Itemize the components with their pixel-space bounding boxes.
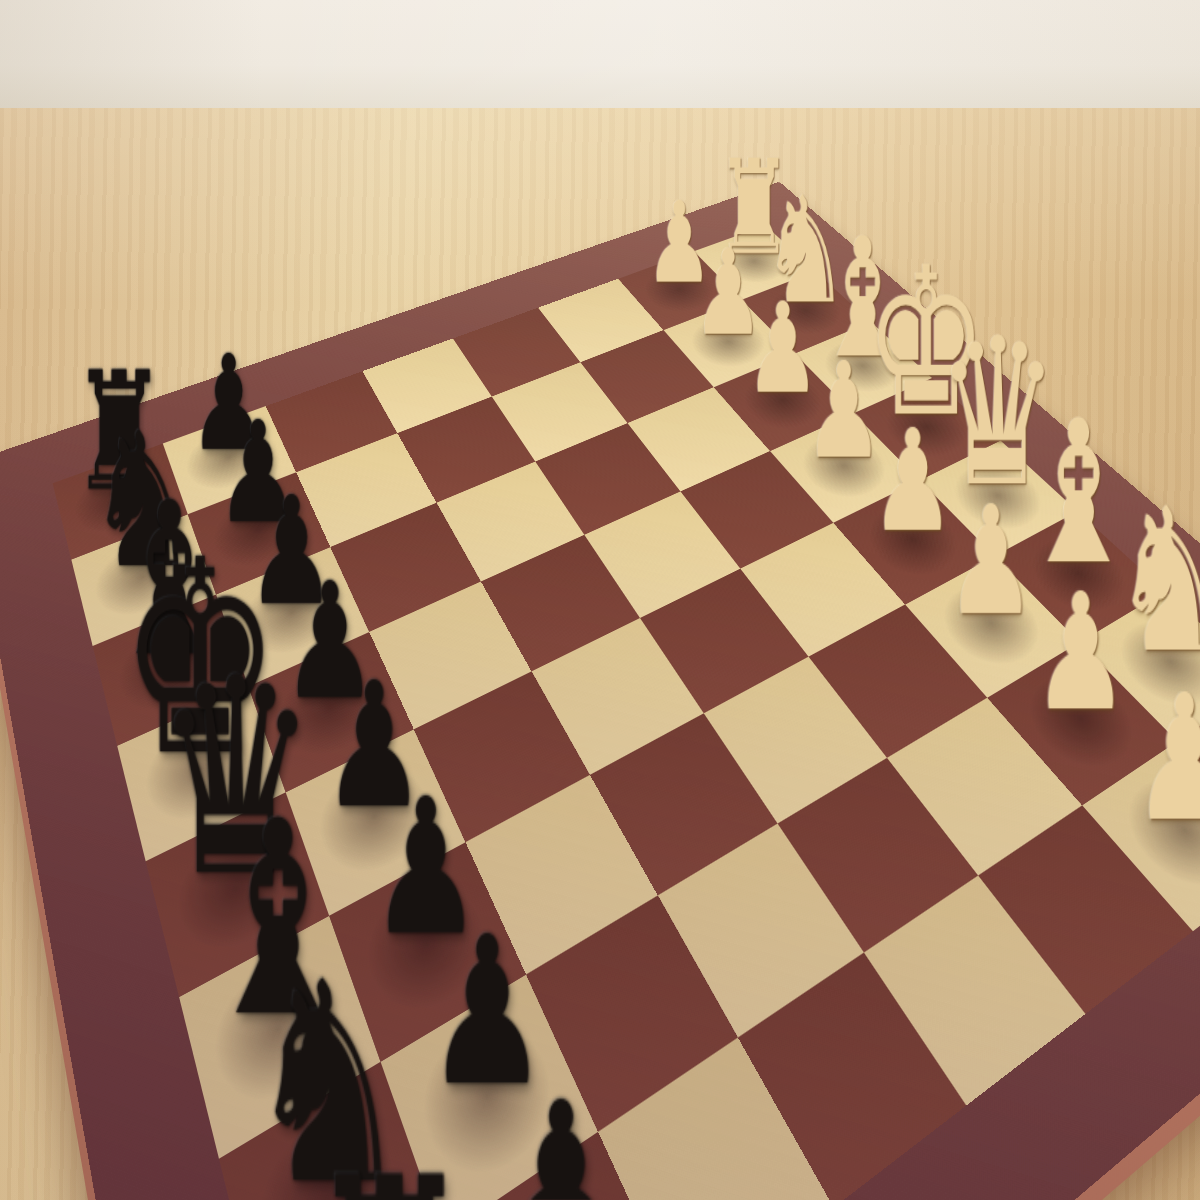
pawn-glyph: ♟ bbox=[1033, 573, 1130, 735]
rook-glyph: ♜ bbox=[304, 1141, 476, 1200]
pawn-glyph: ♟ bbox=[494, 1074, 629, 1200]
perspective-container: ♜♞♝♛♚♝♞♜♟♟♟♟♟♟♟♟♟♟♟♟♟♟♟♟♜♞♝♛♚♝♞♜ bbox=[0, 0, 1200, 1200]
photo-scene: ♜♞♝♛♚♝♞♜♟♟♟♟♟♟♟♟♟♟♟♟♟♟♟♟♜♞♝♛♚♝♞♜ bbox=[0, 0, 1200, 1200]
chess-board: ♜♞♝♛♚♝♞♜♟♟♟♟♟♟♟♟♟♟♟♟♟♟♟♟♜♞♝♛♚♝♞♜ bbox=[0, 182, 1200, 1200]
board-border: ♜♞♝♛♚♝♞♜♟♟♟♟♟♟♟♟♟♟♟♟♟♟♟♟♜♞♝♛♚♝♞♜ bbox=[0, 182, 1200, 1200]
pawn-glyph: ♟ bbox=[946, 487, 1036, 638]
pawn-glyph: ♟ bbox=[1133, 672, 1200, 846]
board-grid: ♜♞♝♛♚♝♞♜♟♟♟♟♟♟♟♟♟♟♟♟♟♟♟♟♜♞♝♛♚♝♞♜ bbox=[53, 225, 1200, 1200]
pawn-glyph: ♟ bbox=[871, 411, 955, 552]
